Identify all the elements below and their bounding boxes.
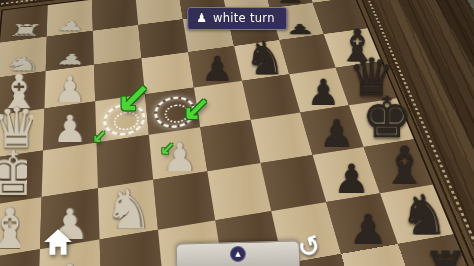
- square-e4[interactable]: ♟: [149, 127, 207, 179]
- hint-arrow-icon: ↙: [116, 78, 151, 120]
- hint-arrow-icon: ↙: [160, 140, 175, 158]
- piece-black-king[interactable]: ♚: [361, 93, 413, 142]
- chevron-up-icon: ▲: [235, 250, 241, 257]
- square-e6[interactable]: [251, 113, 313, 163]
- hint-arrow-icon: ↙: [92, 128, 107, 146]
- hint-arrow-icon: ↙: [182, 92, 211, 126]
- tray-handle[interactable]: ▲: [230, 246, 246, 262]
- turn-banner: ♟ white turn: [187, 7, 287, 30]
- piece-black-knight[interactable]: ♞: [241, 32, 289, 77]
- piece-black-rook[interactable]: ♜: [415, 236, 474, 266]
- piece-black-pawn[interactable]: ♟: [339, 192, 398, 247]
- piece-white-king[interactable]: ♚: [0, 147, 41, 199]
- piece-black-pawn[interactable]: ♟: [311, 100, 364, 149]
- piece-black-bishop[interactable]: ♝: [377, 135, 432, 187]
- piece-black-knight[interactable]: ♞: [395, 183, 453, 238]
- piece-black-pawn[interactable]: ♟: [193, 38, 241, 84]
- piece-white-rook[interactable]: ♜: [0, 20, 50, 38]
- home-button[interactable]: [42, 226, 74, 258]
- pawn-icon: ♟: [196, 11, 207, 25]
- piece-white-pawn[interactable]: ♟: [47, 14, 96, 31]
- square-b4[interactable]: [138, 19, 188, 58]
- piece-black-pawn[interactable]: ♟: [355, 247, 417, 266]
- turn-banner-label: white turn: [213, 11, 275, 25]
- piece-white-bishop[interactable]: ♝: [0, 196, 40, 252]
- square-d2[interactable]: ♟: [43, 102, 96, 151]
- square-f3[interactable]: ♞: [98, 179, 158, 238]
- piece-white-knight[interactable]: ♞: [100, 178, 158, 232]
- square-c6[interactable]: ♞: [234, 40, 289, 81]
- chess-app-screen: ♜♟♟♜♞♟♟♝♟♟♞♝♛♟♟♛♚♟♟♚♝♟♞♟♝♟♟♞♜♟♟♜ ABCDEFG…: [0, 0, 474, 266]
- piece-black-pawn[interactable]: ♟: [324, 143, 379, 195]
- bottom-tray[interactable]: ▲: [176, 240, 301, 266]
- home-icon: [44, 229, 72, 255]
- piece-white-pawn[interactable]: ♟: [44, 96, 96, 145]
